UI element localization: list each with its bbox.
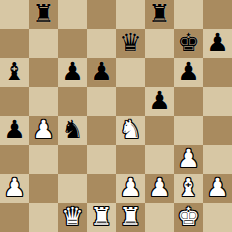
square-a2[interactable]: ♟ [0,174,29,203]
square-b6[interactable] [29,58,58,87]
piece-white-king: ♚ [177,204,199,229]
square-d3[interactable] [87,145,116,174]
square-h1[interactable] [203,203,232,232]
square-d5[interactable] [87,87,116,116]
square-c4[interactable]: ♞ [58,116,87,145]
square-a6[interactable]: ♝ [0,58,29,87]
piece-black-pawn: ♟ [177,59,199,84]
square-e5[interactable] [116,87,145,116]
piece-black-queen: ♛ [119,30,141,55]
square-g7[interactable]: ♚ [174,29,203,58]
square-e1[interactable]: ♜ [116,203,145,232]
square-h5[interactable] [203,87,232,116]
piece-white-pawn: ♟ [148,175,170,200]
square-d6[interactable]: ♟ [87,58,116,87]
square-h2[interactable]: ♟ [203,174,232,203]
square-d8[interactable] [87,0,116,29]
square-h3[interactable] [203,145,232,174]
square-e3[interactable] [116,145,145,174]
square-f8[interactable]: ♜ [145,0,174,29]
piece-white-knight: ♞ [119,117,141,142]
square-a7[interactable] [0,29,29,58]
square-e4[interactable]: ♞ [116,116,145,145]
square-c8[interactable] [58,0,87,29]
square-b4[interactable]: ♟ [29,116,58,145]
square-f6[interactable] [145,58,174,87]
piece-black-pawn: ♟ [3,117,25,142]
piece-white-pawn: ♟ [32,117,54,142]
square-f3[interactable] [145,145,174,174]
square-a1[interactable] [0,203,29,232]
chess-board: ♜♜♛♚♟♝♟♟♟♟♟♟♞♞♟♟♟♟♝♟♛♜♜♚ [0,0,232,232]
piece-white-pawn: ♟ [177,146,199,171]
piece-black-pawn: ♟ [206,30,228,55]
piece-black-king: ♚ [177,30,199,55]
square-g4[interactable] [174,116,203,145]
piece-black-rook: ♜ [148,1,170,26]
square-b7[interactable] [29,29,58,58]
square-e6[interactable] [116,58,145,87]
square-d1[interactable]: ♜ [87,203,116,232]
square-a8[interactable] [0,0,29,29]
square-h7[interactable]: ♟ [203,29,232,58]
square-c2[interactable] [58,174,87,203]
square-a4[interactable]: ♟ [0,116,29,145]
square-c5[interactable] [58,87,87,116]
piece-black-pawn: ♟ [61,59,83,84]
piece-black-pawn: ♟ [90,59,112,84]
piece-white-pawn: ♟ [206,175,228,200]
square-f1[interactable] [145,203,174,232]
square-d7[interactable] [87,29,116,58]
piece-white-rook: ♜ [119,204,141,229]
piece-white-queen: ♛ [61,204,83,229]
square-b3[interactable] [29,145,58,174]
square-d2[interactable] [87,174,116,203]
square-g3[interactable]: ♟ [174,145,203,174]
piece-white-rook: ♜ [90,204,112,229]
square-e2[interactable]: ♟ [116,174,145,203]
square-a5[interactable] [0,87,29,116]
square-h8[interactable] [203,0,232,29]
square-g6[interactable]: ♟ [174,58,203,87]
piece-black-pawn: ♟ [148,88,170,113]
square-h6[interactable] [203,58,232,87]
piece-white-pawn: ♟ [119,175,141,200]
square-g8[interactable] [174,0,203,29]
square-b1[interactable] [29,203,58,232]
square-a3[interactable] [0,145,29,174]
square-g2[interactable]: ♝ [174,174,203,203]
square-c1[interactable]: ♛ [58,203,87,232]
piece-white-bishop: ♝ [177,175,199,200]
square-f2[interactable]: ♟ [145,174,174,203]
square-c3[interactable] [58,145,87,174]
square-c7[interactable] [58,29,87,58]
square-c6[interactable]: ♟ [58,58,87,87]
square-d4[interactable] [87,116,116,145]
square-f4[interactable] [145,116,174,145]
square-h4[interactable] [203,116,232,145]
square-g1[interactable]: ♚ [174,203,203,232]
square-f7[interactable] [145,29,174,58]
square-e8[interactable] [116,0,145,29]
square-b2[interactable] [29,174,58,203]
square-b5[interactable] [29,87,58,116]
piece-black-knight: ♞ [61,117,83,142]
square-g5[interactable] [174,87,203,116]
piece-white-pawn: ♟ [3,175,25,200]
piece-black-bishop: ♝ [3,59,25,84]
square-e7[interactable]: ♛ [116,29,145,58]
piece-black-rook: ♜ [32,1,54,26]
square-f5[interactable]: ♟ [145,87,174,116]
square-b8[interactable]: ♜ [29,0,58,29]
